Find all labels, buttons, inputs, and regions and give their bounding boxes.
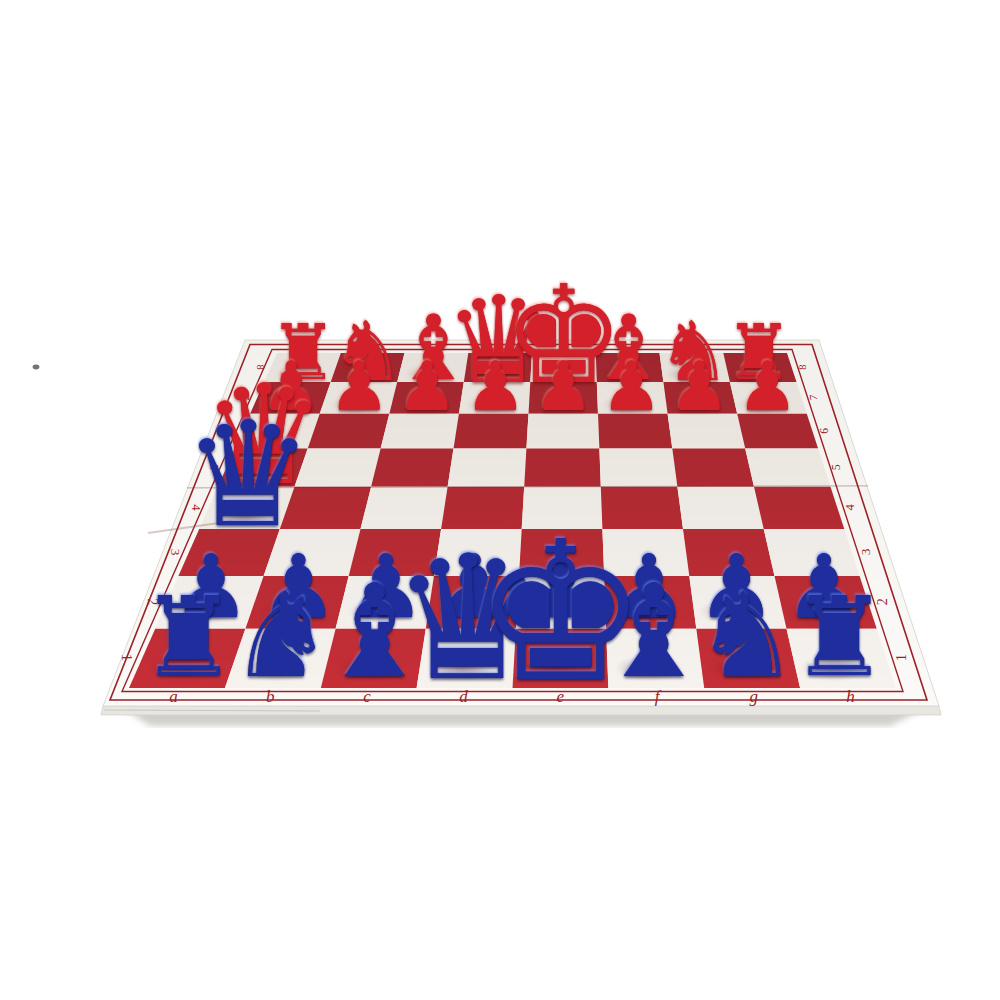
rank-label-right-6: 6	[818, 428, 830, 434]
rank-label-right-7: 7	[807, 394, 819, 400]
square-g4	[677, 487, 763, 529]
rank-label-right-1: 1	[893, 654, 909, 662]
square-f5	[599, 449, 677, 487]
square-d5	[448, 449, 527, 487]
background-speck	[33, 365, 40, 370]
rank-label-right-5: 5	[829, 464, 843, 470]
square-h5	[745, 449, 830, 487]
piece-red-pawn-e7: ♟	[529, 353, 597, 421]
square-h4	[754, 487, 844, 529]
square-e5	[524, 449, 601, 487]
piece-red-pawn-h7: ♟	[733, 353, 801, 421]
square-c5	[371, 449, 453, 487]
rank-label-right-4: 4	[843, 504, 857, 511]
piece-blue-queen-a4: ♛	[175, 402, 320, 547]
piece-red-pawn-c7: ♟	[393, 353, 461, 421]
piece-red-pawn-b7: ♟	[325, 353, 393, 421]
square-g5	[672, 449, 754, 487]
piece-red-pawn-d7: ♟	[461, 353, 529, 421]
piece-blue-rook-h1: ♜	[785, 583, 895, 693]
rank-label-left-1: 1	[119, 654, 135, 662]
piece-red-pawn-g7: ♟	[665, 353, 733, 421]
piece-red-pawn-f7: ♟	[597, 353, 665, 421]
product-photo-scene: abcdefgh8877665544332211 ♜♞♝♛♚♝♞♜♟♟♟♟♟♟♟…	[0, 0, 1000, 1000]
